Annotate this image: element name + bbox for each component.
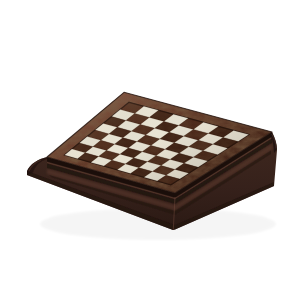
product-photo-chess-board-box — [0, 0, 290, 290]
chess-board-scene — [0, 0, 290, 290]
